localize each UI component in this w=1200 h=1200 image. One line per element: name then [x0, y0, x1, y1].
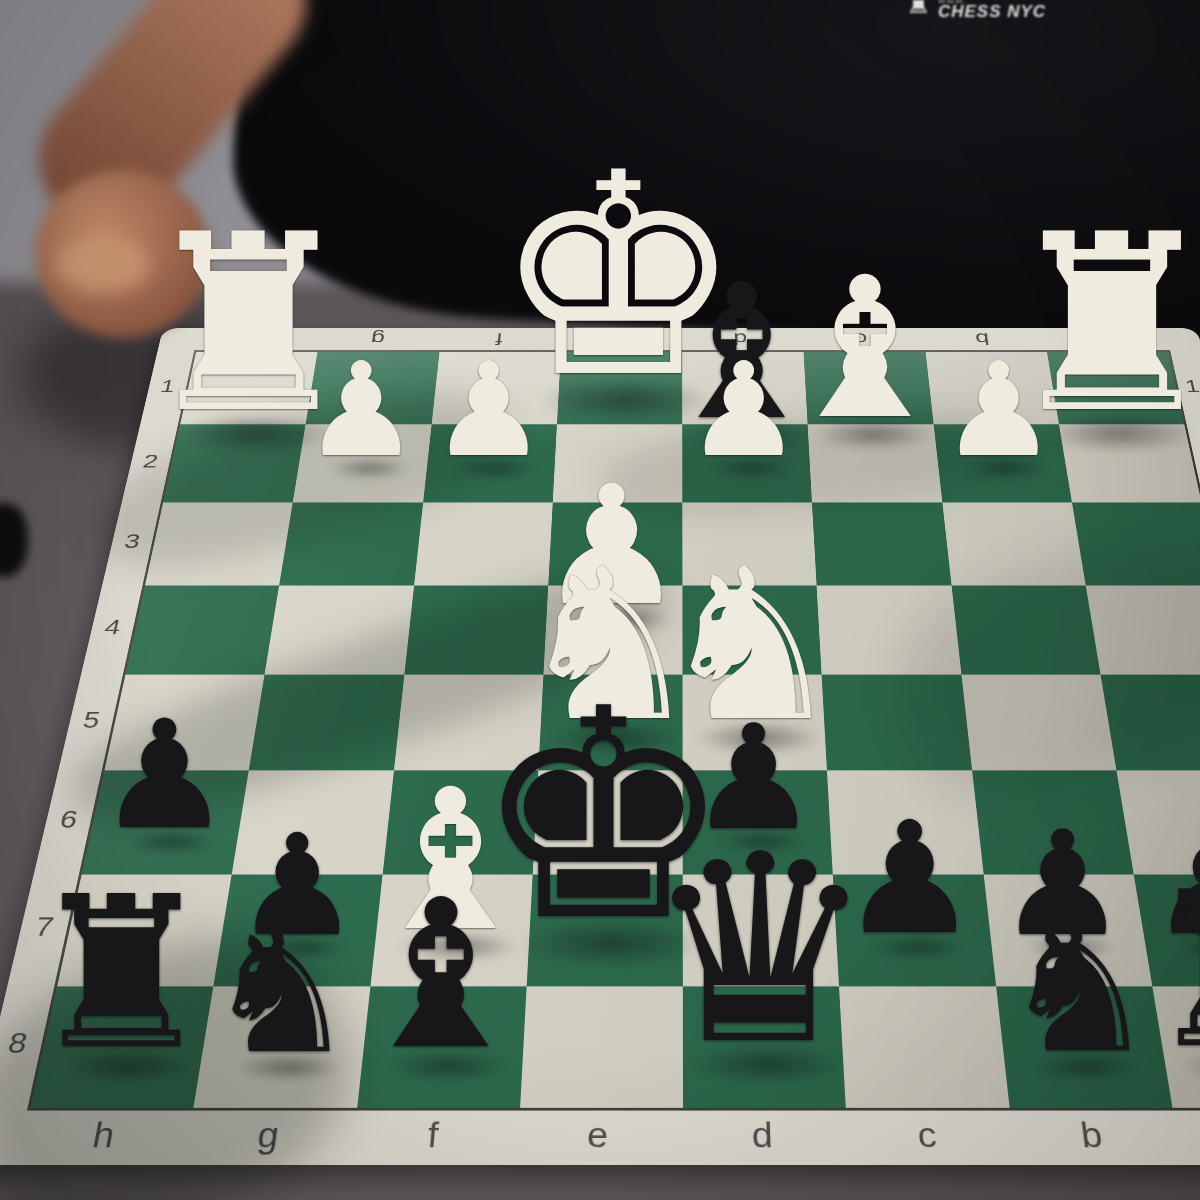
file-labels-bottom-e: e — [514, 1110, 680, 1165]
file-labels-bottom-f: f — [348, 1110, 517, 1165]
square-b1 — [925, 352, 1059, 425]
square-f3 — [414, 502, 553, 585]
file-labels-top-a: a — [1041, 328, 1166, 350]
square-e4 — [543, 585, 682, 674]
square-c7 — [833, 874, 996, 986]
square-d8 — [683, 986, 846, 1108]
square-f8 — [357, 986, 527, 1108]
square-a5 — [1100, 675, 1200, 771]
square-c6 — [827, 771, 983, 875]
square-d7 — [683, 874, 840, 986]
logo-text: CHESS NYC — [938, 2, 1046, 22]
square-c8 — [839, 986, 1009, 1108]
chess-board: hgfedcba 12345678 12345678 hgfedcba — [0, 328, 1200, 1165]
square-b6 — [972, 771, 1134, 875]
square-b5 — [961, 675, 1116, 771]
square-d5 — [683, 675, 828, 771]
file-labels-bottom-c: c — [843, 1110, 1012, 1165]
square-f6 — [382, 771, 538, 875]
square-c4 — [817, 585, 961, 674]
square-e5 — [538, 675, 683, 771]
square-c2 — [808, 425, 942, 503]
square-g1 — [306, 352, 439, 425]
square-h4 — [125, 585, 279, 674]
square-h6 — [82, 771, 249, 875]
square-f5 — [394, 675, 544, 771]
file-labels-top-d: d — [680, 328, 801, 350]
square-d3 — [682, 502, 816, 585]
photo-scene: ♜ WWW. CHESS NYC hgfedcba 12345678 12345… — [0, 0, 1200, 1200]
square-g4 — [265, 585, 414, 674]
board-playing-area — [27, 350, 1200, 1110]
square-b7 — [983, 874, 1152, 986]
shirt-logo: ♜ WWW. CHESS NYC — [905, 0, 1115, 26]
fist-highlight — [55, 235, 150, 293]
square-b3 — [942, 502, 1086, 585]
square-h2 — [163, 425, 306, 503]
file-labels-bottom-d: d — [680, 1110, 846, 1165]
square-f2 — [423, 425, 557, 503]
square-e7 — [526, 874, 682, 986]
file-labels-top-h: h — [194, 328, 319, 350]
square-g2 — [293, 425, 431, 503]
square-a1 — [1047, 352, 1185, 425]
square-g6 — [232, 771, 394, 875]
square-h5 — [104, 675, 264, 771]
square-g5 — [249, 675, 404, 771]
file-labels-bottom: hgfedcba — [15, 1110, 1200, 1165]
file-labels-top-e: e — [559, 328, 680, 350]
square-f1 — [431, 352, 560, 425]
square-a3 — [1072, 502, 1200, 585]
square-b2 — [933, 425, 1071, 503]
file-labels-bottom-g: g — [181, 1110, 353, 1165]
square-d4 — [682, 585, 821, 674]
square-h8 — [31, 986, 214, 1108]
square-c3 — [812, 502, 951, 585]
square-e3 — [548, 502, 682, 585]
square-g3 — [279, 502, 422, 585]
square-g8 — [194, 986, 370, 1108]
file-labels-top-g: g — [316, 328, 440, 350]
square-f7 — [370, 874, 532, 986]
square-e8 — [520, 986, 683, 1108]
square-a4 — [1086, 585, 1200, 674]
square-c1 — [804, 352, 934, 425]
file-labels-top: hgfedcba — [194, 328, 1165, 350]
square-e1 — [557, 352, 683, 425]
file-labels-top-b: b — [920, 328, 1044, 350]
square-b8 — [996, 986, 1173, 1108]
square-h3 — [145, 502, 293, 585]
square-h1 — [180, 352, 317, 425]
square-d6 — [683, 771, 833, 875]
file-labels-top-f: f — [437, 328, 560, 350]
square-b4 — [951, 585, 1100, 674]
square-g7 — [214, 874, 383, 986]
square-f4 — [404, 585, 548, 674]
file-labels-bottom-b: b — [1006, 1110, 1178, 1165]
square-e2 — [553, 425, 683, 503]
logo-rook-icon: ♜ — [905, 0, 932, 16]
square-c5 — [822, 675, 972, 771]
square-e6 — [532, 771, 682, 875]
square-d2 — [682, 425, 812, 503]
square-h7 — [57, 874, 232, 986]
square-d1 — [682, 352, 808, 425]
file-labels-bottom-h: h — [15, 1110, 190, 1165]
square-a2 — [1059, 425, 1200, 503]
file-labels-top-c: c — [800, 328, 923, 350]
